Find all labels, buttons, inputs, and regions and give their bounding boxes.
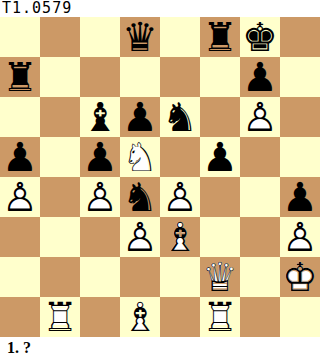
piece-glyph: ♞	[120, 177, 160, 217]
square-h4[interactable]: ♟	[280, 177, 320, 217]
square-e4[interactable]: ♟♙	[160, 177, 200, 217]
piece-outline: ♙	[280, 217, 320, 257]
white-king-h2[interactable]: ♚♔	[280, 257, 320, 297]
piece-outline: ♔	[280, 257, 320, 297]
square-d3[interactable]: ♟♙	[120, 217, 160, 257]
square-g2[interactable]	[240, 257, 280, 297]
piece-glyph: ♜	[0, 57, 40, 97]
square-e1[interactable]	[160, 297, 200, 337]
piece-glyph: ♟	[240, 57, 280, 97]
square-b8[interactable]	[40, 17, 80, 57]
piece-glyph: ♟	[120, 97, 160, 137]
square-h6[interactable]	[280, 97, 320, 137]
black-bishop-c6[interactable]: ♝	[80, 97, 120, 137]
piece-glyph: ♝	[80, 97, 120, 137]
square-g1[interactable]	[240, 297, 280, 337]
black-rook-a7[interactable]: ♜	[0, 57, 40, 97]
square-a5[interactable]: ♟	[0, 137, 40, 177]
square-c5[interactable]: ♟	[80, 137, 120, 177]
square-b4[interactable]	[40, 177, 80, 217]
black-knight-e6[interactable]: ♞	[160, 97, 200, 137]
square-b7[interactable]	[40, 57, 80, 97]
white-pawn-c4[interactable]: ♟♙	[80, 177, 120, 217]
piece-outline: ♙	[0, 177, 40, 217]
square-f1[interactable]: ♜♖	[200, 297, 240, 337]
black-pawn-a5[interactable]: ♟	[0, 137, 40, 177]
piece-glyph: ♛	[120, 17, 160, 57]
square-h3[interactable]: ♟♙	[280, 217, 320, 257]
white-bishop-e3[interactable]: ♝♗	[160, 217, 200, 257]
square-f8[interactable]: ♜	[200, 17, 240, 57]
square-f4[interactable]	[200, 177, 240, 217]
black-pawn-c5[interactable]: ♟	[80, 137, 120, 177]
piece-glyph: ♟	[0, 137, 40, 177]
square-a4[interactable]: ♟♙	[0, 177, 40, 217]
square-d2[interactable]	[120, 257, 160, 297]
square-b6[interactable]	[40, 97, 80, 137]
square-g8[interactable]: ♚	[240, 17, 280, 57]
piece-outline: ♖	[200, 297, 240, 337]
square-e2[interactable]	[160, 257, 200, 297]
square-a3[interactable]	[0, 217, 40, 257]
square-h2[interactable]: ♚♔	[280, 257, 320, 297]
square-g4[interactable]	[240, 177, 280, 217]
square-f6[interactable]	[200, 97, 240, 137]
move-prompt: 1. ?	[0, 337, 320, 360]
black-rook-f8[interactable]: ♜	[200, 17, 240, 57]
black-pawn-g7[interactable]: ♟	[240, 57, 280, 97]
square-c8[interactable]	[80, 17, 120, 57]
square-h8[interactable]	[280, 17, 320, 57]
piece-outline: ♗	[160, 217, 200, 257]
square-a6[interactable]	[0, 97, 40, 137]
square-b3[interactable]	[40, 217, 80, 257]
square-c1[interactable]	[80, 297, 120, 337]
square-c7[interactable]	[80, 57, 120, 97]
black-queen-d8[interactable]: ♛	[120, 17, 160, 57]
piece-glyph: ♜	[200, 17, 240, 57]
square-h7[interactable]	[280, 57, 320, 97]
white-bishop-d1[interactable]: ♝♗	[120, 297, 160, 337]
square-a8[interactable]	[0, 17, 40, 57]
piece-outline: ♖	[40, 297, 80, 337]
square-f7[interactable]	[200, 57, 240, 97]
square-g3[interactable]	[240, 217, 280, 257]
white-pawn-e4[interactable]: ♟♙	[160, 177, 200, 217]
square-g6[interactable]: ♟♙	[240, 97, 280, 137]
black-pawn-d6[interactable]: ♟	[120, 97, 160, 137]
piece-outline: ♗	[120, 297, 160, 337]
white-queen-f2[interactable]: ♛♕	[200, 257, 240, 297]
square-e6[interactable]: ♞	[160, 97, 200, 137]
white-pawn-a4[interactable]: ♟♙	[0, 177, 40, 217]
piece-outline: ♙	[120, 217, 160, 257]
piece-glyph: ♞	[160, 97, 200, 137]
piece-outline: ♘	[120, 137, 160, 177]
black-knight-d4[interactable]: ♞	[120, 177, 160, 217]
square-d1[interactable]: ♝♗	[120, 297, 160, 337]
square-f2[interactable]: ♛♕	[200, 257, 240, 297]
piece-glyph: ♟	[280, 177, 320, 217]
square-d5[interactable]: ♞♘	[120, 137, 160, 177]
square-a7[interactable]: ♜	[0, 57, 40, 97]
square-h5[interactable]	[280, 137, 320, 177]
square-e7[interactable]	[160, 57, 200, 97]
square-f5[interactable]: ♟	[200, 137, 240, 177]
white-pawn-h3[interactable]: ♟♙	[280, 217, 320, 257]
square-a2[interactable]	[0, 257, 40, 297]
piece-outline: ♙	[80, 177, 120, 217]
square-b2[interactable]	[40, 257, 80, 297]
white-pawn-d3[interactable]: ♟♙	[120, 217, 160, 257]
square-d6[interactable]: ♟	[120, 97, 160, 137]
square-e3[interactable]: ♝♗	[160, 217, 200, 257]
square-a1[interactable]	[0, 297, 40, 337]
square-e8[interactable]	[160, 17, 200, 57]
page: { "game": "chess", "title": "T1.0579", "…	[0, 0, 320, 360]
piece-glyph: ♟	[200, 137, 240, 177]
chess-app: T1.0579 ♛♜♚♜♟♝♟♞♟♙♟♟♞♘♟♟♙♟♙♞♟♙♟♟♙♝♗♟♙♛♕♚…	[0, 0, 320, 360]
piece-outline: ♙	[160, 177, 200, 217]
square-b5[interactable]	[40, 137, 80, 177]
square-c6[interactable]: ♝	[80, 97, 120, 137]
square-d7[interactable]	[120, 57, 160, 97]
black-pawn-h4[interactable]: ♟	[280, 177, 320, 217]
square-c3[interactable]	[80, 217, 120, 257]
square-g5[interactable]	[240, 137, 280, 177]
white-rook-b1[interactable]: ♜♖	[40, 297, 80, 337]
black-king-g8[interactable]: ♚	[240, 17, 280, 57]
piece-outline: ♕	[200, 257, 240, 297]
piece-outline: ♙	[240, 97, 280, 137]
white-pawn-g6[interactable]: ♟♙	[240, 97, 280, 137]
square-e5[interactable]	[160, 137, 200, 177]
chess-board: ♛♜♚♜♟♝♟♞♟♙♟♟♞♘♟♟♙♟♙♞♟♙♟♟♙♝♗♟♙♛♕♚♔♜♖♝♗♜♖	[0, 17, 320, 337]
square-b1[interactable]: ♜♖	[40, 297, 80, 337]
piece-glyph: ♚	[240, 17, 280, 57]
square-h1[interactable]	[280, 297, 320, 337]
piece-glyph: ♟	[80, 137, 120, 177]
square-d8[interactable]: ♛	[120, 17, 160, 57]
square-g7[interactable]: ♟	[240, 57, 280, 97]
square-c4[interactable]: ♟♙	[80, 177, 120, 217]
white-knight-d5[interactable]: ♞♘	[120, 137, 160, 177]
white-rook-f1[interactable]: ♜♖	[200, 297, 240, 337]
black-pawn-f5[interactable]: ♟	[200, 137, 240, 177]
square-f3[interactable]	[200, 217, 240, 257]
square-d4[interactable]: ♞	[120, 177, 160, 217]
square-c2[interactable]	[80, 257, 120, 297]
